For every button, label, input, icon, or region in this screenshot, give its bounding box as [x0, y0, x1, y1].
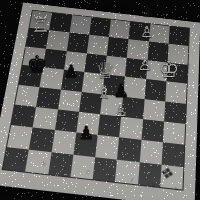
piece-white-pawn-f4[interactable]: ♙ — [114, 104, 127, 119]
square-h8[interactable] — [168, 26, 189, 46]
square-h3[interactable] — [163, 121, 186, 145]
file-label-b: b — [41, 160, 46, 167]
piece-white-rook-a8[interactable]: ♖ — [32, 15, 51, 36]
piece-white-bishop-e5[interactable]: ♗ — [96, 83, 112, 101]
piece-black-pawn-c6[interactable]: ♟ — [63, 63, 78, 80]
file-label-c: c — [64, 164, 68, 171]
square-c4[interactable] — [58, 89, 82, 112]
file-label-e: e — [108, 173, 112, 180]
file-label-h: h — [174, 185, 178, 192]
photo-scene: Classic abcdefgh ❖ ♖♟♙♚♟♕♙♔♗♟♙♟ — [0, 0, 200, 200]
piece-black-king-a6[interactable]: ♚ — [27, 53, 48, 76]
square-g4[interactable] — [143, 99, 165, 122]
piece-black-pawn-g8[interactable]: ♟ — [141, 3, 155, 19]
piece-white-pawn-g7[interactable]: ♙ — [140, 25, 153, 40]
square-e7[interactable] — [107, 37, 129, 58]
square-c3[interactable] — [54, 109, 78, 132]
compass-icon: ❖ — [159, 163, 176, 184]
piece-black-pawn-f5[interactable]: ♟ — [113, 82, 129, 100]
square-g3[interactable] — [141, 119, 164, 143]
square-g2[interactable] — [139, 140, 162, 164]
square-c8[interactable] — [69, 15, 91, 35]
square-e8[interactable] — [109, 20, 131, 40]
square-c7[interactable] — [66, 33, 89, 53]
piece-black-pawn-d3[interactable]: ♟ — [78, 124, 94, 142]
piece-white-queen-e6[interactable]: ♕ — [95, 60, 115, 82]
square-b8[interactable] — [49, 13, 72, 33]
file-label-d: d — [86, 168, 91, 175]
file-label-g: g — [152, 181, 156, 188]
file-label-f: f — [130, 177, 133, 183]
square-g5[interactable] — [144, 79, 166, 101]
piece-white-pawn-g6[interactable]: ♙ — [138, 57, 152, 73]
file-label-a: a — [19, 156, 24, 163]
square-d8[interactable] — [89, 17, 111, 37]
piece-white-king-h6[interactable]: ♔ — [159, 58, 180, 81]
square-f2[interactable] — [117, 138, 141, 162]
chessboard-photo: Classic abcdefgh ❖ ♖♟♙♚♟♕♙♔♗♟♙♟ — [0, 0, 200, 200]
square-d7[interactable] — [87, 35, 109, 56]
square-c2[interactable] — [51, 130, 76, 154]
square-e2[interactable] — [95, 135, 119, 159]
